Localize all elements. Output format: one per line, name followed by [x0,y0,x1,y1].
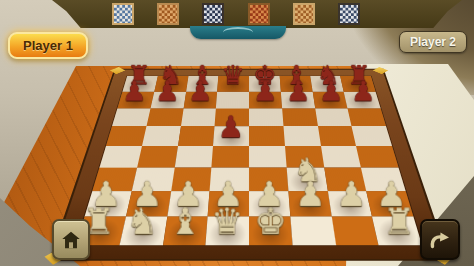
home-icon [60,229,82,251]
red-pawn[interactable]: ♟ [347,77,380,106]
theme-panel-pull-tab[interactable] [190,26,286,39]
theme-thumbnail-1[interactable] [112,3,134,25]
white-queen[interactable]: ♛ [206,203,249,241]
square-c1[interactable]: ♝ [162,217,207,246]
square-d7[interactable] [216,92,249,109]
white-pawn[interactable]: ♟ [290,176,331,213]
red-pawn[interactable]: ♟ [314,77,347,106]
square-b5[interactable] [142,126,181,146]
theme-thumbnail-5[interactable] [293,3,315,25]
square-g6[interactable] [315,108,352,126]
square-a6[interactable] [112,108,150,126]
theme-thumbnail-2[interactable] [157,3,179,25]
square-f1[interactable] [290,217,335,246]
square-d1[interactable]: ♛ [206,217,249,246]
square-h1[interactable]: ♜ [372,217,422,246]
square-c7[interactable]: ♟ [183,92,217,109]
square-c5[interactable] [178,126,215,146]
square-f5[interactable] [283,126,320,146]
red-pawn[interactable]: ♟ [118,77,151,106]
red-pawn[interactable]: ♟ [249,77,282,106]
square-a7[interactable]: ♟ [117,92,154,109]
board-frame: ♜♞♝♛♚♝♞♜♟♟♟♟♟♟♟♟♞♟♟♟♟♟♟♟♟♜♞♝♛♚♜ [52,70,446,259]
square-f7[interactable]: ♟ [281,92,315,109]
chevron-up-icon [223,27,253,38]
square-g1[interactable] [331,217,379,246]
square-h7[interactable]: ♟ [344,92,381,109]
square-e6[interactable] [249,108,283,126]
square-a4[interactable] [100,146,142,167]
square-d5[interactable]: ♟ [213,126,249,146]
game-screen: Player 1 Player 2 ♜♞♝♛♚♝♞♜♟♟♟♟♟♟♟♟♞♟♟♟♟♟… [0,0,474,266]
redo-arrow-icon [428,228,452,252]
square-e5[interactable] [249,126,285,146]
square-h4[interactable] [356,146,398,167]
square-g5[interactable] [318,126,357,146]
square-a5[interactable] [106,126,146,146]
theme-thumbnail-6[interactable] [338,3,360,25]
white-bishop[interactable]: ♝ [163,203,206,241]
red-pawn[interactable]: ♟ [151,77,184,106]
square-d8[interactable]: ♛ [217,76,249,91]
square-e4[interactable] [249,146,286,167]
square-f2[interactable]: ♟ [288,191,331,217]
white-rook[interactable]: ♜ [378,203,421,241]
home-button[interactable] [52,219,90,260]
square-d4[interactable] [212,146,249,167]
square-g7[interactable]: ♟ [312,92,347,109]
square-h5[interactable] [352,126,392,146]
square-h6[interactable] [348,108,386,126]
theme-thumbnail-row [112,2,360,26]
white-king[interactable]: ♚ [249,203,292,241]
red-pawn[interactable]: ♟ [213,111,249,143]
player1-badge[interactable]: Player 1 [8,32,88,59]
square-b4[interactable] [137,146,178,167]
chess-board: ♜♞♝♛♚♝♞♜♟♟♟♟♟♟♟♟♞♟♟♟♟♟♟♟♟♜♞♝♛♚♜ [76,76,422,245]
square-g2[interactable]: ♟ [327,191,372,217]
undo-button[interactable] [420,219,460,260]
white-pawn[interactable]: ♟ [331,176,372,213]
square-c4[interactable] [174,146,213,167]
square-b7[interactable]: ♟ [150,92,185,109]
square-b1[interactable]: ♞ [119,217,167,246]
square-c6[interactable] [180,108,216,126]
theme-thumbnail-4[interactable] [248,3,270,25]
red-pawn[interactable]: ♟ [282,77,315,106]
red-pawn[interactable]: ♟ [184,77,217,106]
theme-thumbnail-3[interactable] [202,3,224,25]
player2-badge[interactable]: Player 2 [399,31,467,53]
white-knight[interactable]: ♞ [120,203,163,241]
square-f6[interactable] [282,108,318,126]
red-queen[interactable]: ♛ [218,61,249,89]
square-b6[interactable] [146,108,183,126]
square-e1[interactable]: ♚ [249,217,292,246]
square-e7[interactable]: ♟ [249,92,282,109]
